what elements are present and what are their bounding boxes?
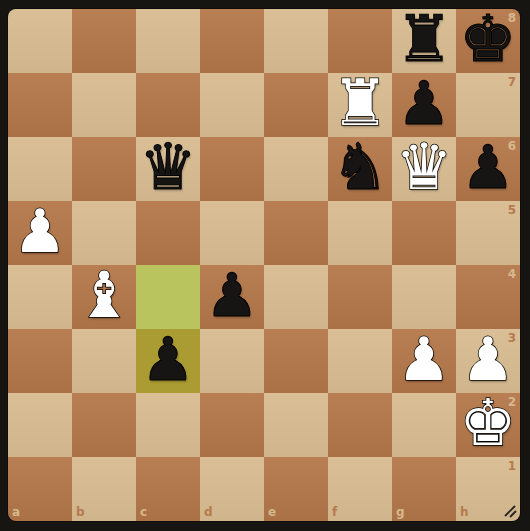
square-a8[interactable] bbox=[8, 9, 72, 73]
square-b4[interactable]: ♝ bbox=[72, 265, 136, 329]
piece-white-pawn[interactable]: ♟ bbox=[461, 327, 515, 391]
square-b3[interactable] bbox=[72, 329, 136, 393]
square-e5[interactable] bbox=[264, 201, 328, 265]
square-a4[interactable] bbox=[8, 265, 72, 329]
square-d3[interactable] bbox=[200, 329, 264, 393]
file-label-g: g bbox=[396, 506, 405, 518]
square-b8[interactable] bbox=[72, 9, 136, 73]
square-c3[interactable]: ♟ bbox=[136, 329, 200, 393]
file-label-a: a bbox=[12, 506, 20, 518]
square-b1[interactable]: b bbox=[72, 457, 136, 521]
square-g5[interactable] bbox=[392, 201, 456, 265]
square-e6[interactable] bbox=[264, 137, 328, 201]
square-a5[interactable]: ♟ bbox=[8, 201, 72, 265]
file-label-c: c bbox=[140, 506, 147, 518]
square-a6[interactable] bbox=[8, 137, 72, 201]
piece-white-pawn[interactable]: ♟ bbox=[13, 199, 67, 263]
square-a2[interactable] bbox=[8, 393, 72, 457]
rank-label-7: 7 bbox=[508, 76, 516, 88]
piece-white-bishop[interactable]: ♝ bbox=[75, 263, 132, 327]
piece-white-king[interactable]: ♚ bbox=[459, 391, 516, 455]
piece-white-rook[interactable]: ♜ bbox=[331, 71, 388, 135]
square-g1[interactable]: g bbox=[392, 457, 456, 521]
square-g2[interactable] bbox=[392, 393, 456, 457]
rank-label-1: 1 bbox=[508, 460, 516, 472]
square-d7[interactable] bbox=[200, 73, 264, 137]
square-h6[interactable]: 6♟ bbox=[456, 137, 520, 201]
square-g4[interactable] bbox=[392, 265, 456, 329]
square-d6[interactable] bbox=[200, 137, 264, 201]
square-c5[interactable] bbox=[136, 201, 200, 265]
square-c2[interactable] bbox=[136, 393, 200, 457]
square-g7[interactable]: ♟ bbox=[392, 73, 456, 137]
piece-black-pawn[interactable]: ♟ bbox=[141, 327, 195, 391]
square-f5[interactable] bbox=[328, 201, 392, 265]
piece-white-pawn[interactable]: ♟ bbox=[397, 327, 451, 391]
square-e3[interactable] bbox=[264, 329, 328, 393]
square-c1[interactable]: c bbox=[136, 457, 200, 521]
square-d4[interactable]: ♟ bbox=[200, 265, 264, 329]
square-b7[interactable] bbox=[72, 73, 136, 137]
piece-black-pawn[interactable]: ♟ bbox=[397, 71, 451, 135]
file-label-e: e bbox=[268, 506, 276, 518]
square-d2[interactable] bbox=[200, 393, 264, 457]
file-label-d: d bbox=[204, 506, 213, 518]
square-d5[interactable] bbox=[200, 201, 264, 265]
piece-black-knight[interactable]: ♞ bbox=[331, 135, 388, 199]
square-h7[interactable]: 7 bbox=[456, 73, 520, 137]
square-e7[interactable] bbox=[264, 73, 328, 137]
square-h5[interactable]: 5 bbox=[456, 201, 520, 265]
rank-label-5: 5 bbox=[508, 204, 516, 216]
square-f7[interactable]: ♜ bbox=[328, 73, 392, 137]
square-f2[interactable] bbox=[328, 393, 392, 457]
square-f6[interactable]: ♞ bbox=[328, 137, 392, 201]
square-g6[interactable]: ♛ bbox=[392, 137, 456, 201]
square-f1[interactable]: f bbox=[328, 457, 392, 521]
piece-black-king[interactable]: ♚ bbox=[459, 9, 516, 71]
square-c7[interactable] bbox=[136, 73, 200, 137]
square-c4[interactable] bbox=[136, 265, 200, 329]
square-a7[interactable] bbox=[8, 73, 72, 137]
square-g3[interactable]: ♟ bbox=[392, 329, 456, 393]
square-h3[interactable]: 3♟ bbox=[456, 329, 520, 393]
square-d1[interactable]: d bbox=[200, 457, 264, 521]
square-h2[interactable]: 2♚ bbox=[456, 393, 520, 457]
square-f4[interactable] bbox=[328, 265, 392, 329]
square-h8[interactable]: 8♚ bbox=[456, 9, 520, 73]
square-h4[interactable]: 4 bbox=[456, 265, 520, 329]
chess-board: ♜8♚♜♟7♛♞♛6♟♟5♝♟4♟♟3♟2♚abcdefgh1 bbox=[8, 9, 520, 521]
square-f8[interactable] bbox=[328, 9, 392, 73]
square-e1[interactable]: e bbox=[264, 457, 328, 521]
square-e8[interactable] bbox=[264, 9, 328, 73]
square-a3[interactable] bbox=[8, 329, 72, 393]
square-b6[interactable] bbox=[72, 137, 136, 201]
piece-black-rook[interactable]: ♜ bbox=[395, 9, 452, 71]
page-background: ♜8♚♜♟7♛♞♛6♟♟5♝♟4♟♟3♟2♚abcdefgh1 bbox=[0, 0, 530, 531]
board-resize-handle-icon[interactable] bbox=[502, 503, 518, 519]
piece-white-queen[interactable]: ♛ bbox=[395, 135, 452, 199]
square-d8[interactable] bbox=[200, 9, 264, 73]
file-label-h: h bbox=[460, 506, 469, 518]
rank-label-4: 4 bbox=[508, 268, 516, 280]
piece-black-pawn[interactable]: ♟ bbox=[205, 263, 259, 327]
piece-black-queen[interactable]: ♛ bbox=[139, 135, 196, 199]
file-label-f: f bbox=[332, 506, 337, 518]
square-b5[interactable] bbox=[72, 201, 136, 265]
square-b2[interactable] bbox=[72, 393, 136, 457]
square-c8[interactable] bbox=[136, 9, 200, 73]
piece-black-pawn[interactable]: ♟ bbox=[461, 135, 515, 199]
square-f3[interactable] bbox=[328, 329, 392, 393]
square-c6[interactable]: ♛ bbox=[136, 137, 200, 201]
square-g8[interactable]: ♜ bbox=[392, 9, 456, 73]
file-label-b: b bbox=[76, 506, 85, 518]
square-a1[interactable]: a bbox=[8, 457, 72, 521]
square-e4[interactable] bbox=[264, 265, 328, 329]
square-e2[interactable] bbox=[264, 393, 328, 457]
